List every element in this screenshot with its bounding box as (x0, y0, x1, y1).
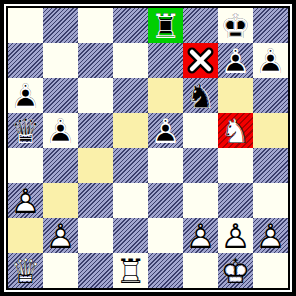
piece-white-knight[interactable]: ♞♘ (218, 113, 253, 148)
piece-outline-layer: ♙ (253, 43, 288, 78)
square-f2[interactable]: ♟♙ (183, 218, 218, 253)
piece-outline-layer: ♙ (218, 218, 253, 253)
square-f3[interactable] (183, 183, 218, 218)
square-e8[interactable]: ♜♖ (148, 8, 183, 43)
board-inner-frame: ♜♖♚♔♟♙♟♙♟♙♞♘♛♕♟♙♟♙♞♘♟♙♟♙♟♙♟♙♟♙♛♕♜♖♚♔ (4, 4, 292, 292)
piece-outline-layer: ♖ (113, 253, 148, 288)
square-h8[interactable] (253, 8, 288, 43)
square-c2[interactable] (78, 218, 113, 253)
square-e6[interactable] (148, 78, 183, 113)
square-e5[interactable]: ♟♙ (148, 113, 183, 148)
square-c8[interactable] (78, 8, 113, 43)
square-d6[interactable] (113, 78, 148, 113)
piece-black-queen[interactable]: ♛♕ (8, 113, 43, 148)
square-e1[interactable] (148, 253, 183, 288)
x-mark-icon (183, 43, 218, 78)
piece-outline-layer: ♘ (218, 113, 253, 148)
piece-white-queen[interactable]: ♛♕ (8, 253, 43, 288)
square-c3[interactable] (78, 183, 113, 218)
piece-outline-layer: ♙ (218, 43, 253, 78)
square-h3[interactable] (253, 183, 288, 218)
square-g1[interactable]: ♚♔ (218, 253, 253, 288)
piece-outline-layer: ♔ (218, 253, 253, 288)
square-b2[interactable]: ♟♙ (43, 218, 78, 253)
piece-outline-layer: ♔ (218, 8, 253, 43)
piece-black-king[interactable]: ♚♔ (218, 8, 253, 43)
square-h4[interactable] (253, 148, 288, 183)
piece-outline-layer: ♙ (148, 113, 183, 148)
square-b4[interactable] (43, 148, 78, 183)
square-f6[interactable]: ♞♘ (183, 78, 218, 113)
piece-black-rook[interactable]: ♜♖ (148, 8, 183, 43)
square-g3[interactable] (218, 183, 253, 218)
piece-outline-layer: ♕ (8, 113, 43, 148)
piece-black-knight[interactable]: ♞♘ (183, 78, 218, 113)
piece-white-king[interactable]: ♚♔ (218, 253, 253, 288)
piece-white-pawn[interactable]: ♟♙ (8, 183, 43, 218)
square-b7[interactable] (43, 43, 78, 78)
square-c6[interactable] (78, 78, 113, 113)
square-a5[interactable]: ♛♕ (8, 113, 43, 148)
piece-outline-layer: ♙ (43, 113, 78, 148)
square-a3[interactable]: ♟♙ (8, 183, 43, 218)
square-c1[interactable] (78, 253, 113, 288)
square-f1[interactable] (183, 253, 218, 288)
square-e2[interactable] (148, 218, 183, 253)
square-d4[interactable] (113, 148, 148, 183)
square-f5[interactable] (183, 113, 218, 148)
square-d3[interactable] (113, 183, 148, 218)
square-e3[interactable] (148, 183, 183, 218)
square-g5[interactable]: ♞♘ (218, 113, 253, 148)
square-h7[interactable]: ♟♙ (253, 43, 288, 78)
square-f7[interactable] (183, 43, 218, 78)
square-g8[interactable]: ♚♔ (218, 8, 253, 43)
piece-outline-layer: ♙ (183, 218, 218, 253)
square-a8[interactable] (8, 8, 43, 43)
square-g2[interactable]: ♟♙ (218, 218, 253, 253)
square-g6[interactable] (218, 78, 253, 113)
piece-white-pawn[interactable]: ♟♙ (43, 218, 78, 253)
piece-black-pawn[interactable]: ♟♙ (148, 113, 183, 148)
square-c4[interactable] (78, 148, 113, 183)
square-a6[interactable]: ♟♙ (8, 78, 43, 113)
square-d2[interactable] (113, 218, 148, 253)
square-b5[interactable]: ♟♙ (43, 113, 78, 148)
square-f4[interactable] (183, 148, 218, 183)
square-c7[interactable] (78, 43, 113, 78)
piece-black-pawn[interactable]: ♟♙ (253, 43, 288, 78)
piece-white-pawn[interactable]: ♟♙ (253, 218, 288, 253)
square-d7[interactable] (113, 43, 148, 78)
square-c5[interactable] (78, 113, 113, 148)
square-e4[interactable] (148, 148, 183, 183)
square-a7[interactable] (8, 43, 43, 78)
square-a4[interactable] (8, 148, 43, 183)
square-b8[interactable] (43, 8, 78, 43)
piece-outline-layer: ♙ (43, 218, 78, 253)
square-e7[interactable] (148, 43, 183, 78)
piece-black-pawn[interactable]: ♟♙ (43, 113, 78, 148)
square-a2[interactable] (8, 218, 43, 253)
square-b3[interactable] (43, 183, 78, 218)
piece-outline-layer: ♙ (8, 78, 43, 113)
square-f8[interactable] (183, 8, 218, 43)
piece-outline-layer: ♙ (8, 183, 43, 218)
square-d5[interactable] (113, 113, 148, 148)
square-d8[interactable] (113, 8, 148, 43)
piece-black-pawn[interactable]: ♟♙ (8, 78, 43, 113)
chess-board: ♜♖♚♔♟♙♟♙♟♙♞♘♛♕♟♙♟♙♞♘♟♙♟♙♟♙♟♙♟♙♛♕♜♖♚♔ (8, 8, 288, 288)
square-h1[interactable] (253, 253, 288, 288)
square-h6[interactable] (253, 78, 288, 113)
square-a1[interactable]: ♛♕ (8, 253, 43, 288)
piece-outline-layer: ♘ (183, 78, 218, 113)
piece-outline-layer: ♖ (148, 8, 183, 43)
square-d1[interactable]: ♜♖ (113, 253, 148, 288)
piece-white-pawn[interactable]: ♟♙ (183, 218, 218, 253)
piece-black-pawn[interactable]: ♟♙ (218, 43, 253, 78)
board-frame: ♜♖♚♔♟♙♟♙♟♙♞♘♛♕♟♙♟♙♞♘♟♙♟♙♟♙♟♙♟♙♛♕♜♖♚♔ (0, 0, 296, 296)
square-h5[interactable] (253, 113, 288, 148)
square-h2[interactable]: ♟♙ (253, 218, 288, 253)
square-b1[interactable] (43, 253, 78, 288)
square-g4[interactable] (218, 148, 253, 183)
piece-white-rook[interactable]: ♜♖ (113, 253, 148, 288)
piece-outline-layer: ♙ (253, 218, 288, 253)
piece-white-pawn[interactable]: ♟♙ (218, 218, 253, 253)
square-b6[interactable] (43, 78, 78, 113)
square-g7[interactable]: ♟♙ (218, 43, 253, 78)
piece-outline-layer: ♕ (8, 253, 43, 288)
